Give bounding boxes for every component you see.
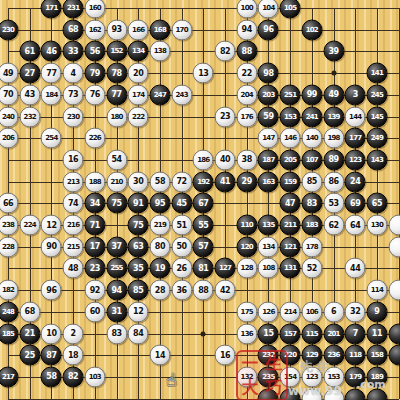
black-stone-move-19[interactable]: 19 — [149, 258, 170, 279]
hand-cursor: ☝ — [165, 369, 178, 390]
black-stone-move-3[interactable]: 3 — [345, 84, 366, 105]
move-number: 147 — [262, 135, 274, 142]
move-number: 134 — [262, 243, 274, 250]
black-stone-move-35[interactable]: 35 — [128, 258, 149, 279]
black-stone-move-11[interactable]: 11 — [366, 323, 387, 344]
white-stone-move-136[interactable]: 136 — [236, 323, 257, 344]
white-stone-move-30[interactable]: 30 — [128, 171, 149, 192]
black-stone-move-102[interactable]: 102 — [301, 19, 322, 40]
black-stone-move-177[interactable]: 177 — [345, 128, 366, 149]
go-board[interactable]: 1712311601001041052306816293166168170949… — [0, 0, 400, 400]
black-stone-move-232[interactable]: 232 — [258, 345, 279, 366]
white-stone-move-206[interactable]: 206 — [0, 128, 19, 149]
white-stone-move-114[interactable]: 114 — [366, 280, 387, 301]
move-number: 180 — [110, 113, 122, 120]
move-number: 232 — [24, 113, 36, 120]
black-stone-move-15[interactable]: 15 — [258, 323, 279, 344]
black-stone-move-143[interactable]: 143 — [366, 149, 387, 170]
move-number: 145 — [371, 113, 383, 120]
white-stone-move-38[interactable]: 38 — [236, 149, 257, 170]
white-stone-move-232[interactable]: 232 — [19, 106, 40, 127]
white-stone-move-16[interactable]: 16 — [63, 149, 84, 170]
move-number: 238 — [2, 222, 14, 229]
white-stone-move-162[interactable]: 162 — [84, 19, 105, 40]
move-number: 26 — [177, 264, 187, 272]
move-number: 232 — [262, 352, 274, 359]
white-stone-move-96[interactable]: 96 — [41, 280, 62, 301]
white-stone-move-80[interactable]: 80 — [149, 236, 170, 257]
white-stone[interactable] — [388, 236, 400, 257]
black-stone-move-63[interactable]: 63 — [128, 236, 149, 257]
move-number: 228 — [2, 243, 14, 250]
black-stone[interactable] — [366, 388, 387, 400]
white-stone-move-176[interactable]: 176 — [236, 106, 257, 127]
white-stone-move-40[interactable]: 40 — [215, 149, 236, 170]
move-number: 49 — [328, 91, 338, 99]
move-number: 7 — [353, 330, 358, 338]
white-stone-move-108[interactable]: 108 — [258, 258, 279, 279]
black-stone-move-245[interactable]: 245 — [366, 84, 387, 105]
black-stone-move-45[interactable]: 45 — [171, 193, 192, 214]
white-stone-move-76[interactable]: 76 — [84, 84, 105, 105]
black-stone-move-58[interactable]: 58 — [41, 366, 62, 387]
white-stone-move-222[interactable]: 222 — [128, 106, 149, 127]
black-stone-move-75[interactable]: 75 — [106, 193, 127, 214]
move-number: 77 — [111, 91, 121, 99]
move-number: 211 — [284, 222, 296, 229]
black-stone-move-75[interactable]: 75 — [128, 215, 149, 236]
black-stone-move-107[interactable]: 107 — [301, 149, 322, 170]
white-stone-move-184[interactable]: 184 — [41, 84, 62, 105]
move-number: 115 — [306, 330, 318, 337]
black-stone-move-236[interactable]: 236 — [323, 345, 344, 366]
white-stone-move-93[interactable]: 93 — [106, 19, 127, 40]
black-stone-move-25[interactable]: 25 — [19, 345, 40, 366]
black-stone-move-139[interactable]: 139 — [323, 106, 344, 127]
move-number: 48 — [68, 264, 78, 272]
white-stone-move-20[interactable]: 20 — [128, 63, 149, 84]
white-stone-move-22[interactable]: 22 — [236, 63, 257, 84]
white-stone-move-6[interactable]: 6 — [323, 301, 344, 322]
white-stone-move-146[interactable]: 146 — [280, 128, 301, 149]
white-stone-move-174[interactable]: 174 — [128, 84, 149, 105]
white-stone-move-219[interactable]: 219 — [149, 215, 170, 236]
black-stone-move-34[interactable]: 34 — [84, 193, 105, 214]
move-number: 121 — [284, 243, 296, 250]
black-stone-move-230[interactable]: 230 — [0, 19, 19, 40]
move-number: 187 — [262, 156, 274, 163]
white-stone-move-147[interactable]: 147 — [258, 128, 279, 149]
white-stone-move-85[interactable]: 85 — [301, 171, 322, 192]
white-stone-move-12[interactable]: 12 — [41, 215, 62, 236]
move-number: 46 — [46, 47, 56, 55]
black-stone-move-57[interactable]: 57 — [193, 236, 214, 257]
move-number: 41 — [220, 178, 230, 186]
white-stone-move-123[interactable]: 123 — [301, 366, 322, 387]
black-stone-move-65[interactable]: 65 — [366, 193, 387, 214]
black-stone-move-68[interactable]: 68 — [63, 19, 84, 40]
black-stone-move-159[interactable]: 159 — [280, 171, 301, 192]
move-number: 93 — [111, 26, 121, 34]
white-stone-move-138[interactable]: 138 — [149, 41, 170, 62]
white-stone-move-26[interactable]: 26 — [171, 258, 192, 279]
white-stone-move-238[interactable]: 238 — [0, 215, 19, 236]
white-stone-move-64[interactable]: 64 — [345, 215, 366, 236]
white-stone-move-92[interactable]: 92 — [84, 280, 105, 301]
black-stone-move-189[interactable]: 189 — [366, 366, 387, 387]
move-number: 55 — [198, 221, 208, 229]
white-stone-move-198[interactable]: 198 — [323, 128, 344, 149]
black-stone-move-88[interactable]: 88 — [236, 41, 257, 62]
white-stone-move-42[interactable]: 42 — [215, 280, 236, 301]
move-number: 58 — [46, 373, 56, 381]
black-stone-move-123[interactable]: 123 — [345, 149, 366, 170]
move-number: 10 — [46, 330, 56, 338]
white-stone-move-182[interactable]: 182 — [0, 280, 19, 301]
white-stone-move-77[interactable]: 77 — [41, 63, 62, 84]
white-stone-move-32[interactable]: 32 — [345, 301, 366, 322]
black-stone-move-82[interactable]: 82 — [63, 366, 84, 387]
black-stone-move-231[interactable]: 231 — [63, 0, 84, 19]
move-number: 189 — [371, 373, 383, 380]
white-stone-move-60[interactable]: 60 — [84, 301, 105, 322]
black-stone-move-248[interactable]: 248 — [0, 301, 19, 322]
white-stone[interactable] — [388, 280, 400, 301]
move-number: 96 — [263, 26, 273, 34]
white-stone-move-83[interactable]: 83 — [106, 323, 127, 344]
move-number: 139 — [327, 113, 339, 120]
black-stone-move-115[interactable]: 115 — [301, 323, 322, 344]
move-number: 75 — [133, 221, 143, 229]
black-stone-move-157[interactable]: 157 — [280, 323, 301, 344]
white-stone-move-48[interactable]: 48 — [63, 258, 84, 279]
white-stone[interactable] — [323, 388, 344, 400]
black-stone-move-41[interactable]: 41 — [215, 171, 236, 192]
black-stone-move-110[interactable]: 110 — [236, 215, 257, 236]
black-stone-move-29[interactable]: 29 — [236, 171, 257, 192]
black-stone-move-59[interactable]: 59 — [258, 106, 279, 127]
white-stone-move-130[interactable]: 130 — [366, 215, 387, 236]
black-stone-move-79[interactable]: 79 — [84, 63, 105, 84]
move-number: 176 — [241, 113, 253, 120]
white-stone-move-13[interactable]: 13 — [193, 63, 214, 84]
white-stone-move-68[interactable]: 68 — [19, 301, 40, 322]
white-stone-move-128[interactable]: 128 — [236, 258, 257, 279]
black-stone-move-187[interactable]: 187 — [258, 149, 279, 170]
black-stone-move-168[interactable]: 168 — [149, 19, 170, 40]
move-number: 110 — [241, 222, 253, 229]
move-number: 198 — [327, 135, 339, 142]
black-stone-move-77[interactable]: 77 — [106, 84, 127, 105]
black-stone-move-33[interactable]: 33 — [63, 41, 84, 62]
white-stone-move-2[interactable]: 2 — [63, 323, 84, 344]
move-number: 162 — [89, 26, 101, 33]
black-stone-move-24[interactable]: 24 — [345, 171, 366, 192]
white-stone-move-62[interactable]: 62 — [323, 215, 344, 236]
white-stone-move-49[interactable]: 49 — [0, 63, 19, 84]
black-stone[interactable] — [258, 388, 279, 400]
black-stone-move-217[interactable]: 217 — [0, 366, 19, 387]
white-stone-move-166[interactable]: 166 — [128, 19, 149, 40]
black-stone-move-47[interactable]: 47 — [280, 193, 301, 214]
grid-line-vertical — [225, 8, 226, 399]
white-stone-move-132[interactable]: 132 — [236, 366, 257, 387]
white-stone-move-82[interactable]: 82 — [215, 41, 236, 62]
black-stone-move-211[interactable]: 211 — [280, 215, 301, 236]
move-number: 126 — [262, 308, 274, 315]
black-stone-move-183[interactable]: 183 — [301, 215, 322, 236]
white-stone-move-170[interactable]: 170 — [171, 19, 192, 40]
white-stone-move-84[interactable]: 84 — [128, 323, 149, 344]
black-stone-move-69[interactable]: 69 — [345, 193, 366, 214]
white-stone-move-36[interactable]: 36 — [171, 280, 192, 301]
white-stone-move-73[interactable]: 73 — [63, 84, 84, 105]
black-stone-move-120[interactable]: 120 — [236, 236, 257, 257]
white-stone-move-28[interactable]: 28 — [149, 280, 170, 301]
black-stone-move-89[interactable]: 89 — [323, 149, 344, 170]
white-stone-move-58[interactable]: 58 — [149, 171, 170, 192]
black-stone-move-49[interactable]: 49 — [323, 84, 344, 105]
move-number: 157 — [284, 330, 296, 337]
move-number: 203 — [262, 91, 274, 98]
black-stone-move-141[interactable]: 141 — [366, 63, 387, 84]
move-number: 59 — [263, 113, 273, 121]
white-stone-move-74[interactable]: 74 — [63, 193, 84, 214]
white-stone-move-215[interactable]: 215 — [63, 236, 84, 257]
white-stone-move-160[interactable]: 160 — [84, 0, 105, 19]
black-stone-move-241[interactable]: 241 — [301, 106, 322, 127]
move-number: 17 — [90, 243, 100, 251]
white-stone-move-103[interactable]: 103 — [84, 366, 105, 387]
black-stone-move-131[interactable]: 131 — [280, 258, 301, 279]
white-stone-move-10[interactable]: 10 — [41, 323, 62, 344]
white-stone-move-204[interactable]: 204 — [236, 84, 257, 105]
black-stone-move-96[interactable]: 96 — [258, 19, 279, 40]
white-stone-move-106[interactable]: 106 — [301, 301, 322, 322]
white-stone-move-104[interactable]: 104 — [258, 0, 279, 19]
white-stone-move-188[interactable]: 188 — [84, 171, 105, 192]
black-stone-move-153[interactable]: 153 — [280, 106, 301, 127]
black-stone-move-21[interactable]: 21 — [19, 323, 40, 344]
move-number: 65 — [372, 199, 382, 207]
black-stone[interactable] — [345, 388, 366, 400]
black-stone-move-134[interactable]: 134 — [128, 41, 149, 62]
black-stone-move-78[interactable]: 78 — [106, 63, 127, 84]
move-number: 248 — [2, 308, 14, 315]
white-stone-move-214[interactable]: 214 — [280, 301, 301, 322]
black-stone-move-9[interactable]: 9 — [366, 301, 387, 322]
white-stone-move-94[interactable]: 94 — [236, 19, 257, 40]
white-stone-move-186[interactable]: 186 — [193, 149, 214, 170]
black-stone-move-192[interactable]: 192 — [193, 171, 214, 192]
white-stone-move-4[interactable]: 4 — [63, 63, 84, 84]
black-stone-move-98[interactable]: 98 — [258, 63, 279, 84]
move-number: 158 — [371, 352, 383, 359]
black-stone-move-23[interactable]: 23 — [84, 258, 105, 279]
move-number: 140 — [306, 135, 318, 142]
black-stone-move-105[interactable]: 105 — [280, 0, 301, 19]
move-number: 245 — [371, 91, 383, 98]
black-stone-move-55[interactable]: 55 — [193, 215, 214, 236]
white-stone-move-53[interactable]: 53 — [323, 193, 344, 214]
move-number: 83 — [111, 330, 121, 338]
black-stone-move-31[interactable]: 31 — [106, 301, 127, 322]
black-stone-move-203[interactable]: 203 — [258, 84, 279, 105]
move-number: 134 — [132, 48, 144, 55]
move-number: 210 — [110, 178, 122, 185]
white-stone-move-230[interactable]: 230 — [63, 106, 84, 127]
move-number: 152 — [110, 48, 122, 55]
black-stone-move-235[interactable]: 235 — [258, 366, 279, 387]
white-stone-move-52[interactable]: 52 — [301, 258, 322, 279]
black-stone-move-27[interactable]: 27 — [19, 63, 40, 84]
white-stone-move-224[interactable]: 224 — [19, 215, 40, 236]
black-stone-move-61[interactable]: 61 — [19, 41, 40, 62]
white-stone[interactable] — [388, 215, 400, 236]
move-number: 18 — [68, 351, 78, 359]
black-stone-move-46[interactable]: 46 — [41, 41, 62, 62]
white-stone-move-100[interactable]: 100 — [236, 0, 257, 19]
white-stone-move-12[interactable]: 12 — [128, 301, 149, 322]
move-number: 37 — [111, 243, 121, 251]
black-stone-move-81[interactable]: 81 — [193, 258, 214, 279]
black-stone-move-118[interactable]: 118 — [345, 345, 366, 366]
black-stone-move-71[interactable]: 71 — [84, 215, 105, 236]
black-stone-move-220[interactable]: 220 — [280, 345, 301, 366]
white-stone-move-175[interactable]: 175 — [236, 301, 257, 322]
black-stone-move-91[interactable]: 91 — [128, 193, 149, 214]
white-stone-move-54[interactable]: 54 — [106, 149, 127, 170]
black-stone-move-171[interactable]: 171 — [41, 0, 62, 19]
black-stone-move-135[interactable]: 135 — [258, 215, 279, 236]
move-number: 160 — [89, 5, 101, 12]
black-stone-move-67[interactable]: 67 — [193, 193, 214, 214]
white-stone-move-90[interactable]: 90 — [41, 236, 62, 257]
white-stone-move-213[interactable]: 213 — [63, 171, 84, 192]
black-stone-move-249[interactable]: 249 — [366, 128, 387, 149]
black-stone-move-152[interactable]: 152 — [106, 41, 127, 62]
black-stone-move-205[interactable]: 205 — [280, 149, 301, 170]
move-number: 75 — [111, 199, 121, 207]
star-point — [331, 71, 336, 76]
white-stone-move-18[interactable]: 18 — [63, 345, 84, 366]
white-stone-move-134[interactable]: 134 — [258, 236, 279, 257]
move-number: 60 — [90, 308, 100, 316]
black-stone-move-17[interactable]: 17 — [84, 236, 105, 257]
move-number: 214 — [284, 308, 296, 315]
white-stone-move-178[interactable]: 178 — [301, 236, 322, 257]
black-stone-move-127[interactable]: 127 — [215, 258, 236, 279]
white-stone-move-154[interactable]: 154 — [280, 366, 301, 387]
white-stone-move-66[interactable]: 66 — [0, 193, 19, 214]
move-number: 98 — [263, 69, 273, 77]
move-number: 4 — [71, 69, 76, 77]
white-stone-move-16[interactable]: 16 — [215, 345, 236, 366]
white-stone-move-86[interactable]: 86 — [323, 171, 344, 192]
move-number: 131 — [284, 265, 296, 272]
black-stone-move-99[interactable]: 99 — [301, 84, 322, 105]
white-stone-move-216[interactable]: 216 — [63, 215, 84, 236]
white-stone-move-126[interactable]: 126 — [258, 301, 279, 322]
black-stone-move-94[interactable]: 94 — [106, 280, 127, 301]
black-stone[interactable] — [280, 388, 301, 400]
black-stone-move-179[interactable]: 179 — [345, 366, 366, 387]
black-stone-move-145[interactable]: 145 — [366, 106, 387, 127]
white-stone-move-44[interactable]: 44 — [345, 258, 366, 279]
white-stone-move-72[interactable]: 72 — [171, 171, 192, 192]
white-stone-move-240[interactable]: 240 — [0, 106, 19, 127]
white-stone-move-226[interactable]: 226 — [84, 128, 105, 149]
move-number: 168 — [154, 26, 166, 33]
white-stone-move-23[interactable]: 23 — [215, 106, 236, 127]
move-number: 241 — [306, 113, 318, 120]
white-stone-move-153[interactable]: 153 — [323, 366, 344, 387]
white-stone-move-51[interactable]: 51 — [171, 215, 192, 236]
black-stone-move-95[interactable]: 95 — [149, 193, 170, 214]
white-stone[interactable] — [301, 388, 322, 400]
move-number: 174 — [132, 91, 144, 98]
white-stone-move-88[interactable]: 88 — [193, 280, 214, 301]
black-stone-move-129[interactable]: 129 — [301, 345, 322, 366]
move-number: 230 — [67, 113, 79, 120]
white-stone-move-228[interactable]: 228 — [0, 236, 19, 257]
black-stone-move-247[interactable]: 247 — [149, 84, 170, 105]
black-stone[interactable] — [388, 345, 400, 366]
move-number: 25 — [25, 351, 35, 359]
black-stone-move-158[interactable]: 158 — [366, 345, 387, 366]
move-number: 80 — [155, 243, 165, 251]
black-stone-move-163[interactable]: 163 — [258, 171, 279, 192]
white-stone-move-140[interactable]: 140 — [301, 128, 322, 149]
move-number: 66 — [3, 199, 13, 207]
move-number: 143 — [371, 156, 383, 163]
move-number: 217 — [2, 373, 14, 380]
black-stone-move-201[interactable]: 201 — [323, 323, 344, 344]
black-stone-move-185[interactable]: 185 — [0, 323, 19, 344]
black-stone-move-37[interactable]: 37 — [106, 236, 127, 257]
white-stone-move-70[interactable]: 70 — [0, 84, 19, 105]
move-number: 141 — [371, 70, 383, 77]
black-stone-move-83[interactable]: 83 — [301, 193, 322, 214]
white-stone-move-144[interactable]: 144 — [345, 106, 366, 127]
white-stone-move-254[interactable]: 254 — [41, 128, 62, 149]
white-stone-move-14[interactable]: 14 — [149, 345, 170, 366]
black-stone-move-87[interactable]: 87 — [41, 345, 62, 366]
move-number: 79 — [90, 69, 100, 77]
black-stone-move-85[interactable]: 85 — [128, 280, 149, 301]
white-stone-move-50[interactable]: 50 — [171, 236, 192, 257]
black-stone-move-251[interactable]: 251 — [280, 84, 301, 105]
move-number: 204 — [241, 91, 253, 98]
white-stone-move-43[interactable]: 43 — [19, 84, 40, 105]
black-stone-move-39[interactable]: 39 — [323, 41, 344, 62]
white-stone-move-210[interactable]: 210 — [106, 171, 127, 192]
move-number: 127 — [219, 265, 231, 272]
move-number: 19 — [155, 264, 165, 272]
move-number: 132 — [241, 373, 253, 380]
move-number: 16 — [220, 351, 230, 359]
move-number: 61 — [25, 47, 35, 55]
move-number: 177 — [349, 135, 361, 142]
black-stone-move-255[interactable]: 255 — [106, 258, 127, 279]
white-stone-move-243[interactable]: 243 — [171, 84, 192, 105]
move-number: 85 — [133, 286, 143, 294]
black-stone-move-121[interactable]: 121 — [280, 236, 301, 257]
black-stone-move-56[interactable]: 56 — [84, 41, 105, 62]
black-stone-move-7[interactable]: 7 — [345, 323, 366, 344]
black-stone[interactable] — [388, 323, 400, 344]
white-stone-move-180[interactable]: 180 — [106, 106, 127, 127]
